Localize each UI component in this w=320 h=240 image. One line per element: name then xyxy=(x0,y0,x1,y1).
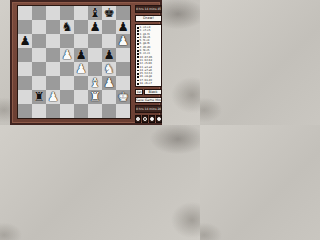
square-b4[interactable] xyxy=(32,62,46,76)
white-pawn: ♟ xyxy=(46,90,60,104)
move-text: 18. c6-e7 xyxy=(140,82,152,85)
move-bullet-icon xyxy=(137,80,139,82)
black-pawn: ♟ xyxy=(88,20,102,34)
square-c7[interactable] xyxy=(46,20,60,34)
record-button[interactable] xyxy=(135,115,141,123)
square-d4[interactable] xyxy=(60,62,74,76)
square-g6[interactable] xyxy=(102,34,116,48)
square-e1[interactable] xyxy=(74,104,88,118)
square-c5[interactable] xyxy=(46,48,60,62)
square-a6[interactable]: ♟ xyxy=(18,34,32,48)
chess-app-window: ♝♚♞♟♟♟♟♟♟♟♟♞♝♟♜♟♜♚ 0 hrs 14 mins 45 secs… xyxy=(10,0,162,125)
side-to-move-indicator: Black xyxy=(144,89,162,95)
square-e8[interactable] xyxy=(74,6,88,20)
square-f5[interactable] xyxy=(88,48,102,62)
square-h2[interactable]: ♚ xyxy=(116,90,130,104)
square-e2[interactable] xyxy=(74,90,88,104)
move-bullet-icon xyxy=(137,66,139,68)
stop-icon-inner xyxy=(158,118,160,120)
square-g4[interactable]: ♞ xyxy=(102,62,116,76)
chess-board: ♝♚♞♟♟♟♟♟♟♟♟♞♝♟♜♟♜♚ xyxy=(17,5,131,119)
square-c3[interactable] xyxy=(46,76,60,90)
square-g8[interactable]: ♚ xyxy=(102,6,116,20)
square-e6[interactable] xyxy=(74,34,88,48)
move-bullet-icon xyxy=(137,27,139,29)
square-g2[interactable] xyxy=(102,90,116,104)
square-c6[interactable] xyxy=(46,34,60,48)
square-h3[interactable] xyxy=(116,76,130,90)
playback-controls xyxy=(135,115,162,124)
white-king: ♚ xyxy=(116,90,130,104)
stop-icon xyxy=(157,117,161,121)
stop-button[interactable] xyxy=(156,115,162,123)
square-b7[interactable] xyxy=(32,20,46,34)
move-bullet-icon xyxy=(137,63,139,65)
square-d8[interactable] xyxy=(60,6,74,20)
square-d3[interactable] xyxy=(60,76,74,90)
square-f1[interactable] xyxy=(88,104,102,118)
move-ordinal-box: 1st xyxy=(135,89,143,95)
move-bullet-icon xyxy=(137,40,139,42)
move-bullet-icon xyxy=(137,83,139,85)
square-b8[interactable] xyxy=(32,6,46,20)
square-b1[interactable] xyxy=(32,104,46,118)
square-e4[interactable]: ♟ xyxy=(74,62,88,76)
white-knight: ♞ xyxy=(102,62,116,76)
pause-button[interactable] xyxy=(149,115,155,123)
square-e3[interactable] xyxy=(74,76,88,90)
side-panel: 0 hrs 14 mins 45 secs Draw! 1. e2-e42. e… xyxy=(135,5,162,124)
square-a7[interactable] xyxy=(18,20,32,34)
circle-icon xyxy=(143,117,147,121)
move-bullet-icon xyxy=(137,73,139,75)
white-pawn: ♟ xyxy=(102,76,116,90)
black-clock: 0 hrs 14 mins 45 secs xyxy=(135,5,162,13)
square-c2[interactable]: ♟ xyxy=(46,90,60,104)
square-a4[interactable] xyxy=(18,62,32,76)
square-a2[interactable] xyxy=(18,90,32,104)
pause-icon xyxy=(150,117,154,121)
move-list[interactable]: 1. e2-e42. e7-e53. g1-f34. b8-c65. f1-c4… xyxy=(135,24,162,87)
square-c4[interactable] xyxy=(46,62,60,76)
square-d2[interactable] xyxy=(60,90,74,104)
square-h5[interactable] xyxy=(116,48,130,62)
move-bullet-icon xyxy=(137,30,139,32)
white-pawn: ♟ xyxy=(60,48,74,62)
square-e7[interactable] xyxy=(74,20,88,34)
square-f3[interactable]: ♝ xyxy=(88,76,102,90)
square-f6[interactable] xyxy=(88,34,102,48)
black-bishop: ♝ xyxy=(88,6,102,20)
square-a5[interactable] xyxy=(18,48,32,62)
pause-icon-inner xyxy=(151,118,153,120)
move-bullet-icon xyxy=(137,37,139,39)
move-bullet-icon xyxy=(137,50,139,52)
move-bullet-icon xyxy=(137,76,139,78)
black-rook: ♜ xyxy=(32,90,46,104)
square-b3[interactable] xyxy=(32,76,46,90)
square-d5[interactable]: ♟ xyxy=(60,48,74,62)
move-bullet-icon xyxy=(137,43,139,45)
black-knight: ♞ xyxy=(60,20,74,34)
play-button[interactable] xyxy=(142,115,148,123)
square-g1[interactable] xyxy=(102,104,116,118)
white-pawn: ♟ xyxy=(74,62,88,76)
black-pawn: ♟ xyxy=(116,20,130,34)
square-f2[interactable]: ♜ xyxy=(88,90,102,104)
move-bullet-icon xyxy=(137,33,139,35)
square-e5[interactable]: ♟ xyxy=(74,48,88,62)
square-a3[interactable] xyxy=(18,76,32,90)
square-c8[interactable] xyxy=(46,6,60,20)
move-row: 18. c6-e7 xyxy=(137,82,161,85)
dot-circle-icon-inner xyxy=(137,118,139,120)
square-g5[interactable]: ♟ xyxy=(102,48,116,62)
draw-button[interactable]: Draw! xyxy=(135,15,162,22)
white-pawn: ♟ xyxy=(116,34,130,48)
square-b2[interactable]: ♜ xyxy=(32,90,46,104)
move-bullet-icon xyxy=(137,70,139,72)
square-f8[interactable]: ♝ xyxy=(88,6,102,20)
square-b5[interactable] xyxy=(32,48,46,62)
square-b6[interactable] xyxy=(32,34,46,48)
square-a1[interactable] xyxy=(18,104,32,118)
black-king: ♚ xyxy=(102,6,116,20)
dot-circle-icon xyxy=(136,117,140,121)
black-pawn: ♟ xyxy=(74,48,88,62)
white-bishop: ♝ xyxy=(88,76,102,90)
square-h8[interactable] xyxy=(116,6,130,20)
save-game-moves-button[interactable]: Save Game Moves xyxy=(135,97,162,103)
square-h1[interactable] xyxy=(116,104,130,118)
square-d7[interactable]: ♞ xyxy=(60,20,74,34)
square-d6[interactable] xyxy=(60,34,74,48)
square-g3[interactable]: ♟ xyxy=(102,76,116,90)
move-bullet-icon xyxy=(137,53,139,55)
square-f7[interactable]: ♟ xyxy=(88,20,102,34)
square-g7[interactable] xyxy=(102,20,116,34)
square-a8[interactable] xyxy=(18,6,32,20)
square-c1[interactable] xyxy=(46,104,60,118)
white-clock: 0 hrs 14 mins 28 secs xyxy=(135,105,162,113)
black-pawn: ♟ xyxy=(102,48,116,62)
square-h7[interactable]: ♟ xyxy=(116,20,130,34)
turn-row: 1st Black xyxy=(135,89,162,95)
square-h6[interactable]: ♟ xyxy=(116,34,130,48)
move-bullet-icon xyxy=(137,56,139,58)
move-bullet-icon xyxy=(137,60,139,62)
black-pawn: ♟ xyxy=(18,34,32,48)
move-bullet-icon xyxy=(137,47,139,49)
white-rook: ♜ xyxy=(88,90,102,104)
square-h4[interactable] xyxy=(116,62,130,76)
square-f4[interactable] xyxy=(88,62,102,76)
square-d1[interactable] xyxy=(60,104,74,118)
